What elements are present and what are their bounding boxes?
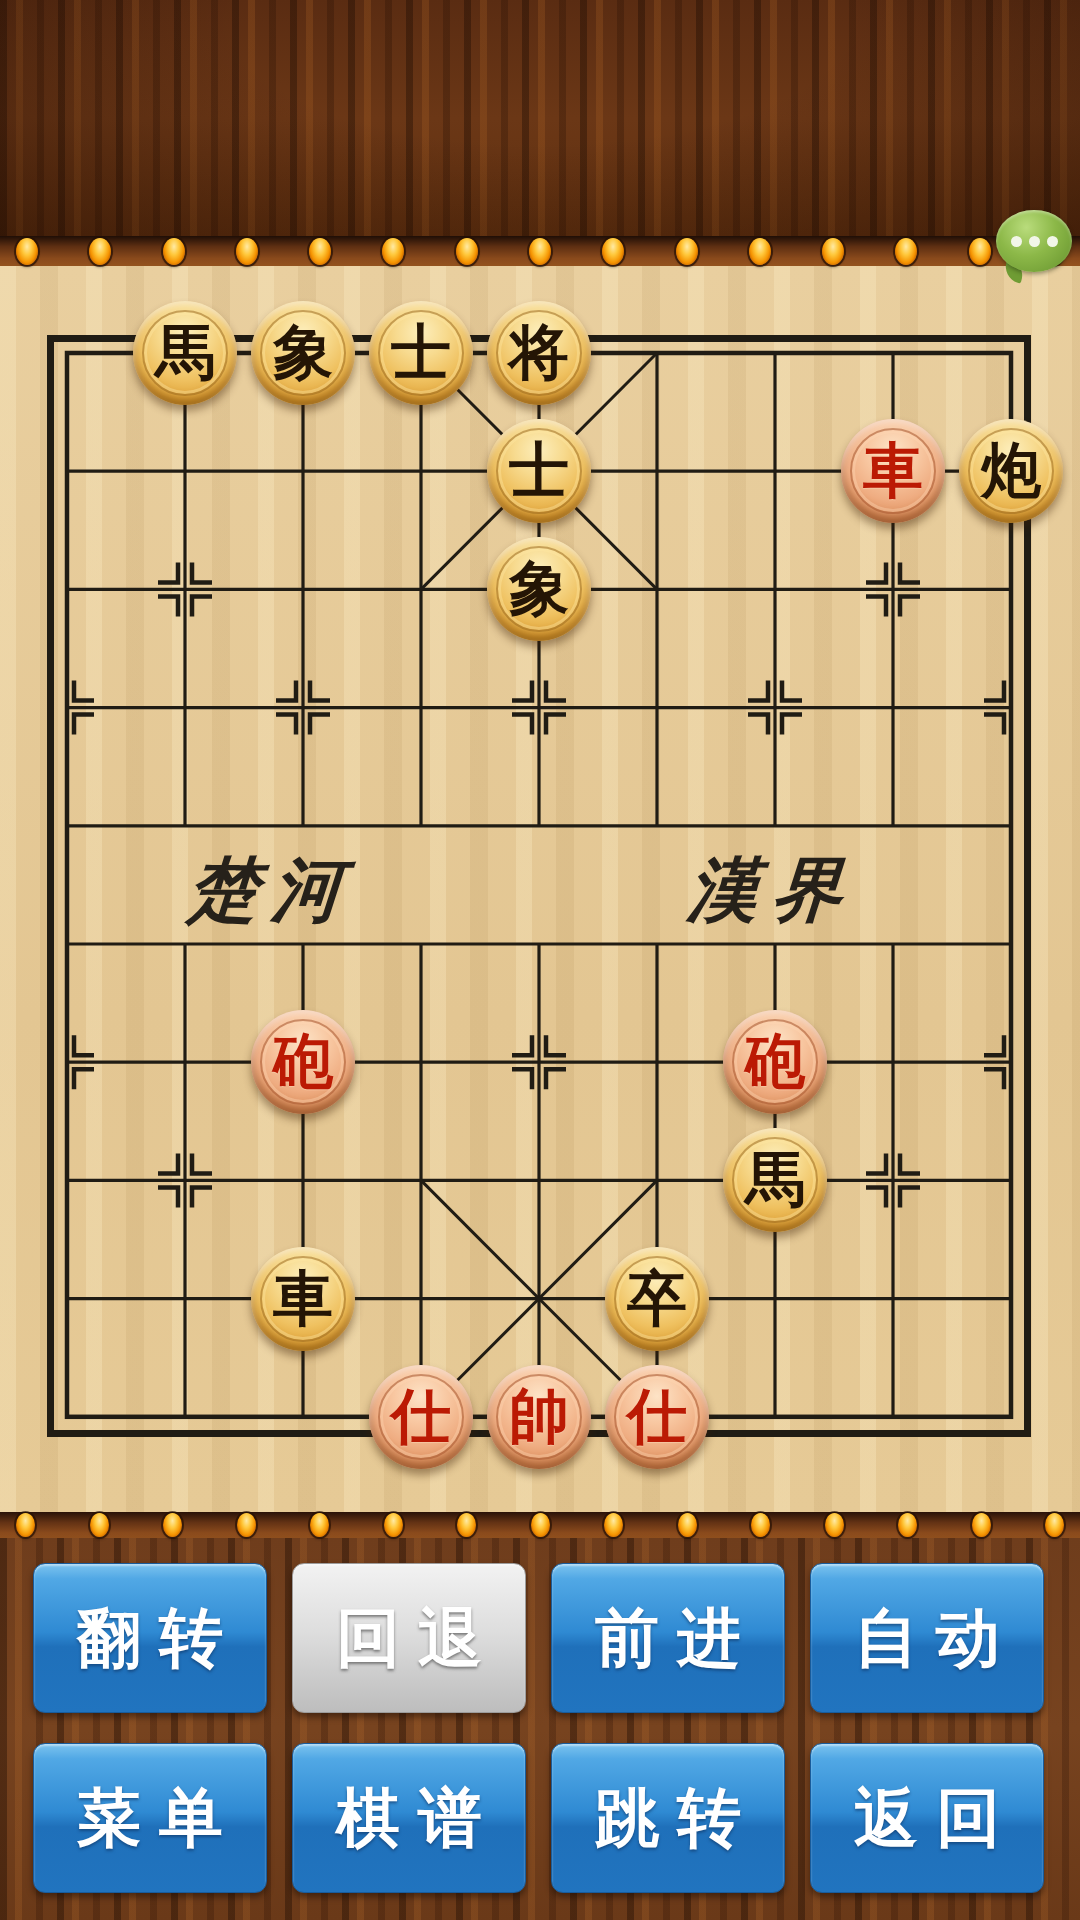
piece-red-advisor[interactable]: 仕 (605, 1365, 709, 1469)
auto-button[interactable]: 自动 (810, 1563, 1044, 1713)
piece-black-cannon[interactable]: 炮 (959, 419, 1063, 523)
record-button[interactable]: 棋谱 (292, 1743, 526, 1893)
undo-button[interactable]: 回退 (292, 1563, 526, 1713)
piece-black-soldier[interactable]: 卒 (605, 1247, 709, 1351)
menu-button[interactable]: 菜单 (33, 1743, 267, 1893)
piece-red-advisor[interactable]: 仕 (369, 1365, 473, 1469)
xiangqi-app-screen: 楚河 漢界 馬象士将士車炮象砲砲馬車卒仕帥仕 翻转 回退 前进 自动 菜单 棋谱… (0, 0, 1080, 1920)
piece-black-advisor[interactable]: 士 (369, 301, 473, 405)
jump-button[interactable]: 跳转 (551, 1743, 785, 1893)
piece-red-cannon[interactable]: 砲 (251, 1010, 355, 1114)
board[interactable]: 馬象士将士車炮象砲砲馬車卒仕帥仕 (8, 294, 1070, 1476)
piece-red-general[interactable]: 帥 (487, 1365, 591, 1469)
piece-red-chariot[interactable]: 車 (841, 419, 945, 523)
piece-black-horse[interactable]: 馬 (723, 1128, 827, 1232)
forward-button[interactable]: 前进 (551, 1563, 785, 1713)
piece-black-general[interactable]: 将 (487, 301, 591, 405)
piece-black-elephant[interactable]: 象 (487, 537, 591, 641)
piece-black-horse[interactable]: 馬 (133, 301, 237, 405)
piece-black-advisor[interactable]: 士 (487, 419, 591, 523)
piece-red-cannon[interactable]: 砲 (723, 1010, 827, 1114)
piece-black-elephant[interactable]: 象 (251, 301, 355, 405)
toolbar-row-1: 翻转 回退 前进 自动 (33, 1563, 1044, 1713)
back-button[interactable]: 返回 (810, 1743, 1044, 1893)
flip-button[interactable]: 翻转 (33, 1563, 267, 1713)
toolbar-row-2: 菜单 棋谱 跳转 返回 (33, 1743, 1044, 1893)
piece-black-chariot[interactable]: 車 (251, 1247, 355, 1351)
